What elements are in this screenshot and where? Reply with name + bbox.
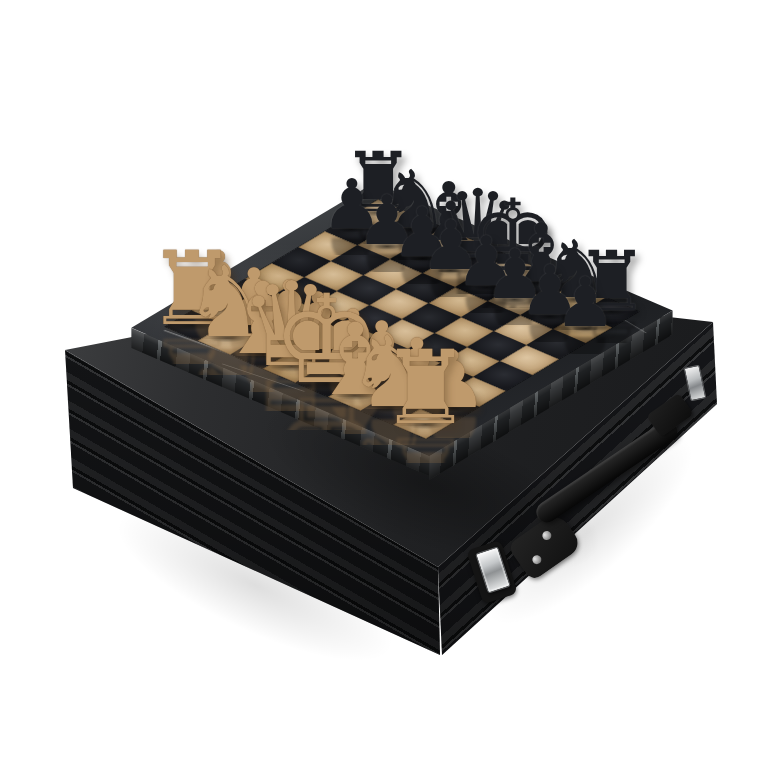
rivet-icon	[531, 553, 544, 566]
rivet-icon	[541, 529, 554, 542]
product-photo-stage: ♜♜♞♞♝♝♛♛♚♚♝♝♞♞♜♜♟♟♟♟♟♟♟♟♟♟♟♟♟♟♟♟♟♟♟♟♟♟♟♟…	[0, 0, 767, 767]
piece-black-pawn-h7[interactable]: ♟	[555, 270, 616, 338]
piece-coral-rook-h1[interactable]: ♜	[380, 337, 471, 439]
